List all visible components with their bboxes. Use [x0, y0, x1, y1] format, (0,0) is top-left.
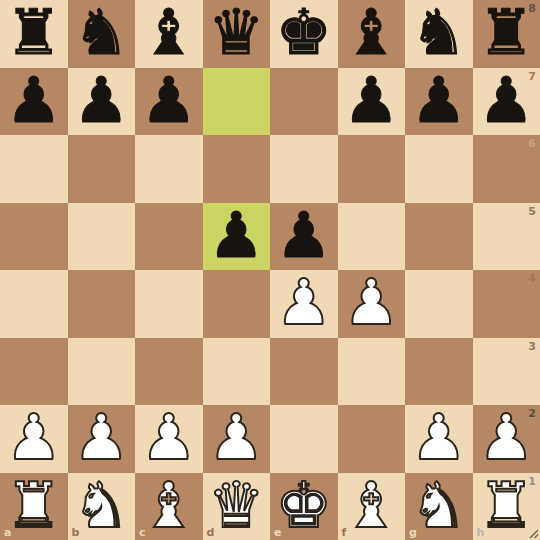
rank-label-2: 2: [528, 408, 536, 419]
file-label-c: c: [139, 527, 146, 538]
square-d7[interactable]: [203, 68, 271, 136]
rank-label-8: 8: [528, 3, 536, 14]
piece-black-queen[interactable]: ♛: [208, 1, 264, 64]
piece-white-pawn[interactable]: ♟: [276, 271, 332, 334]
square-b1[interactable]: ♞b: [68, 473, 136, 540]
piece-black-bishop[interactable]: ♝: [141, 1, 197, 64]
piece-white-bishop[interactable]: ♝: [141, 474, 197, 537]
piece-black-pawn[interactable]: ♟: [73, 69, 129, 132]
chess-board: ♜♞♝♛♚♝♞♜8♟♟♟♟♟♟76♟♟5♟♟43♟♟♟♟♟♟2♜a♞b♝c♛d♚…: [0, 0, 540, 540]
piece-white-knight[interactable]: ♞: [411, 474, 467, 537]
square-h5[interactable]: 5: [473, 203, 540, 271]
piece-white-pawn[interactable]: ♟: [208, 406, 264, 469]
rank-label-1: 1: [528, 476, 536, 487]
square-f4[interactable]: ♟: [338, 270, 406, 338]
square-f2[interactable]: [338, 405, 406, 473]
square-e8[interactable]: ♚: [270, 0, 338, 68]
square-g1[interactable]: ♞g: [405, 473, 473, 540]
square-d3[interactable]: [203, 338, 271, 406]
file-label-g: g: [409, 527, 417, 538]
piece-black-knight[interactable]: ♞: [73, 1, 129, 64]
square-b6[interactable]: [68, 135, 136, 203]
square-g3[interactable]: [405, 338, 473, 406]
square-f8[interactable]: ♝: [338, 0, 406, 68]
square-g7[interactable]: ♟: [405, 68, 473, 136]
square-a2[interactable]: ♟: [0, 405, 68, 473]
square-a8[interactable]: ♜: [0, 0, 68, 68]
square-g6[interactable]: [405, 135, 473, 203]
piece-white-pawn[interactable]: ♟: [343, 271, 399, 334]
board-resize-handle-icon[interactable]: [526, 526, 539, 539]
piece-black-pawn[interactable]: ♟: [276, 204, 332, 267]
piece-white-queen[interactable]: ♛: [208, 474, 264, 537]
file-label-e: e: [274, 527, 281, 538]
square-c4[interactable]: [135, 270, 203, 338]
square-h4[interactable]: 4: [473, 270, 540, 338]
file-label-h: h: [477, 527, 485, 538]
square-b4[interactable]: [68, 270, 136, 338]
file-label-d: d: [207, 527, 215, 538]
square-f5[interactable]: [338, 203, 406, 271]
square-c5[interactable]: [135, 203, 203, 271]
piece-white-bishop[interactable]: ♝: [343, 474, 399, 537]
square-b7[interactable]: ♟: [68, 68, 136, 136]
square-c1[interactable]: ♝c: [135, 473, 203, 540]
square-g4[interactable]: [405, 270, 473, 338]
piece-black-pawn[interactable]: ♟: [141, 69, 197, 132]
square-e7[interactable]: [270, 68, 338, 136]
square-a4[interactable]: [0, 270, 68, 338]
square-e5[interactable]: ♟: [270, 203, 338, 271]
piece-black-bishop[interactable]: ♝: [343, 1, 399, 64]
square-d6[interactable]: [203, 135, 271, 203]
piece-white-pawn[interactable]: ♟: [73, 406, 129, 469]
square-g5[interactable]: [405, 203, 473, 271]
piece-black-king[interactable]: ♚: [276, 1, 332, 64]
file-label-a: a: [4, 527, 11, 538]
square-e2[interactable]: [270, 405, 338, 473]
square-c7[interactable]: ♟: [135, 68, 203, 136]
rank-label-6: 6: [528, 138, 536, 149]
square-a6[interactable]: [0, 135, 68, 203]
file-label-f: f: [342, 527, 347, 538]
square-a7[interactable]: ♟: [0, 68, 68, 136]
rank-label-4: 4: [528, 273, 536, 284]
square-g8[interactable]: ♞: [405, 0, 473, 68]
square-h2[interactable]: ♟2: [473, 405, 540, 473]
board-grid: ♜♞♝♛♚♝♞♜8♟♟♟♟♟♟76♟♟5♟♟43♟♟♟♟♟♟2♜a♞b♝c♛d♚…: [0, 0, 540, 540]
square-f1[interactable]: ♝f: [338, 473, 406, 540]
square-e4[interactable]: ♟: [270, 270, 338, 338]
square-b2[interactable]: ♟: [68, 405, 136, 473]
square-a3[interactable]: [0, 338, 68, 406]
piece-black-rook[interactable]: ♜: [6, 1, 62, 64]
piece-white-pawn[interactable]: ♟: [141, 406, 197, 469]
square-e3[interactable]: [270, 338, 338, 406]
rank-label-5: 5: [528, 206, 536, 217]
square-b5[interactable]: [68, 203, 136, 271]
square-h6[interactable]: 6: [473, 135, 540, 203]
rank-label-7: 7: [528, 71, 536, 82]
square-a5[interactable]: [0, 203, 68, 271]
square-g2[interactable]: ♟: [405, 405, 473, 473]
piece-black-pawn[interactable]: ♟: [478, 69, 534, 132]
piece-white-knight[interactable]: ♞: [73, 474, 129, 537]
piece-white-pawn[interactable]: ♟: [478, 406, 534, 469]
square-c6[interactable]: [135, 135, 203, 203]
file-label-b: b: [72, 527, 80, 538]
piece-black-pawn[interactable]: ♟: [208, 204, 264, 267]
piece-black-pawn[interactable]: ♟: [6, 69, 62, 132]
square-b8[interactable]: ♞: [68, 0, 136, 68]
square-h3[interactable]: 3: [473, 338, 540, 406]
square-f6[interactable]: [338, 135, 406, 203]
square-c8[interactable]: ♝: [135, 0, 203, 68]
piece-black-knight[interactable]: ♞: [411, 1, 467, 64]
piece-white-pawn[interactable]: ♟: [6, 406, 62, 469]
square-d2[interactable]: ♟: [203, 405, 271, 473]
square-a1[interactable]: ♜a: [0, 473, 68, 540]
square-h7[interactable]: ♟7: [473, 68, 540, 136]
square-e1[interactable]: ♚e: [270, 473, 338, 540]
square-c3[interactable]: [135, 338, 203, 406]
square-e6[interactable]: [270, 135, 338, 203]
piece-white-rook[interactable]: ♜: [6, 474, 62, 537]
square-c2[interactable]: ♟: [135, 405, 203, 473]
piece-black-pawn[interactable]: ♟: [343, 69, 399, 132]
piece-black-pawn[interactable]: ♟: [411, 69, 467, 132]
square-d8[interactable]: ♛: [203, 0, 271, 68]
piece-white-king[interactable]: ♚: [276, 474, 332, 537]
piece-white-pawn[interactable]: ♟: [411, 406, 467, 469]
square-d5[interactable]: ♟: [203, 203, 271, 271]
rank-label-3: 3: [528, 341, 536, 352]
square-d4[interactable]: [203, 270, 271, 338]
square-h8[interactable]: ♜8: [473, 0, 540, 68]
square-b3[interactable]: [68, 338, 136, 406]
square-f3[interactable]: [338, 338, 406, 406]
square-f7[interactable]: ♟: [338, 68, 406, 136]
square-d1[interactable]: ♛d: [203, 473, 271, 540]
piece-black-rook[interactable]: ♜: [478, 1, 534, 64]
